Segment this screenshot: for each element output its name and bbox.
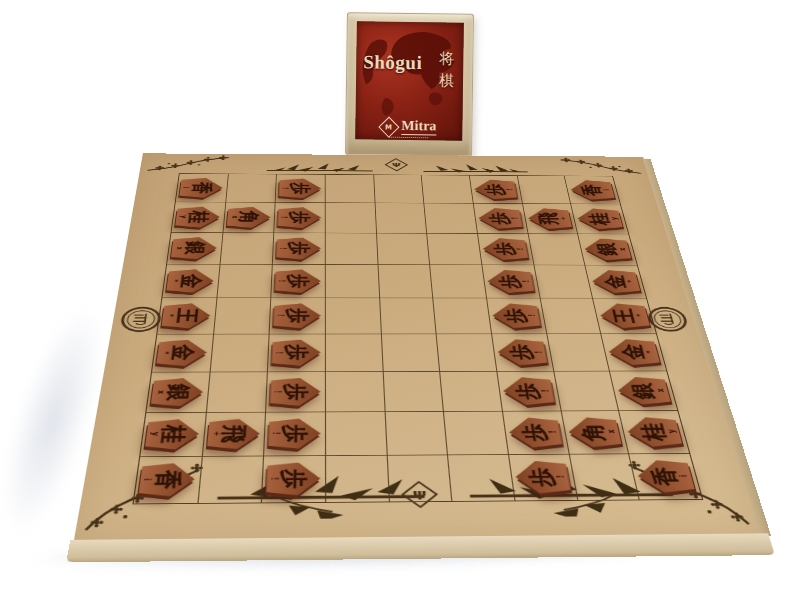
piece-kanji: 歩 <box>288 242 310 255</box>
board-cell[interactable]: 香i <box>630 454 702 500</box>
board-cell[interactable]: 銀x <box>146 372 210 413</box>
piece-move-mark: i <box>680 475 689 477</box>
piece-kanji: 歩 <box>493 242 517 255</box>
piece-move-mark: ! <box>271 432 280 435</box>
piece-move-mark: * <box>165 314 174 317</box>
piece-move-mark: ! <box>523 280 531 282</box>
piece-left-silver[interactable]: 銀x <box>151 378 205 406</box>
board-cell[interactable] <box>427 233 482 265</box>
board-cell[interactable]: 香i <box>176 174 229 203</box>
piece-kanji: 歩 <box>514 383 541 400</box>
board-cell[interactable] <box>383 372 444 412</box>
board-cell[interactable] <box>326 455 390 502</box>
board-cell[interactable]: 歩! <box>482 265 540 298</box>
product-kanji: 将 棋 <box>439 48 455 92</box>
board-cell[interactable]: 歩! <box>474 204 529 234</box>
piece-kanji: 金 <box>169 345 195 361</box>
piece-move-mark: ! <box>274 351 282 354</box>
piece-move-mark: ! <box>535 351 544 353</box>
board-cell[interactable]: 金* <box>586 265 647 298</box>
piece-move-mark: ! <box>269 477 278 480</box>
board-cell[interactable]: 歩! <box>470 176 523 204</box>
piece-move-mark: ! <box>549 431 558 434</box>
piece-left-bishop[interactable]: 角x <box>226 207 271 228</box>
board-cell[interactable]: 銀x <box>578 234 637 266</box>
diamond-emblem-icon: Ψ <box>382 157 411 173</box>
piece-kanji: 歩 <box>509 344 535 360</box>
piece-kanji: 歩 <box>286 308 310 323</box>
board-cell[interactable]: 歩! <box>497 372 561 412</box>
piece-kanji: 桂 <box>639 423 668 441</box>
piece-move-mark: y <box>610 217 618 220</box>
piece-kanji: 香 <box>649 467 679 486</box>
board-cell[interactable] <box>385 412 448 455</box>
piece-left-pawn[interactable]: 歩! <box>276 237 321 259</box>
piece-move-mark: x <box>656 389 665 393</box>
piece-move-mark: i <box>142 478 152 480</box>
board-cell[interactable] <box>326 203 377 233</box>
game-board: Ψ Ψ <box>74 153 762 540</box>
board-cell[interactable] <box>517 176 571 204</box>
board-cell[interactable]: 金* <box>602 334 667 372</box>
board-grid: 香i歩!歩!香i桂y角x歩!歩!飛+桂y銀x歩!歩!銀x金*歩!歩!金*王*歩!… <box>132 173 703 504</box>
piece-move-mark: y <box>179 216 187 219</box>
board-cell[interactable] <box>534 265 593 298</box>
board-cell[interactable] <box>214 298 272 334</box>
board-cell[interactable]: 香i <box>134 456 203 503</box>
piece-right-silver[interactable]: 銀x <box>582 238 632 260</box>
board-cell[interactable] <box>217 265 273 299</box>
piece-right-pawn[interactable]: 歩! <box>496 339 548 365</box>
board-cell[interactable] <box>375 203 427 233</box>
board-cell[interactable]: 歩! <box>503 412 569 455</box>
board-cell[interactable] <box>326 233 378 265</box>
board-cell[interactable] <box>220 233 274 265</box>
piece-kanji: 金 <box>619 344 646 360</box>
board-cell[interactable] <box>425 204 478 234</box>
board-cell[interactable]: 桂y <box>171 202 225 232</box>
piece-kanji: 銀 <box>595 243 620 256</box>
piece-left-pawn[interactable]: 歩! <box>275 269 321 292</box>
piece-move-mark: ! <box>529 315 537 317</box>
board-cell[interactable] <box>326 175 376 204</box>
board-cell[interactable]: 銀x <box>610 371 677 411</box>
board-cell[interactable]: 銀x <box>167 233 223 265</box>
piece-right-pawn[interactable]: 歩! <box>507 418 562 448</box>
piece-move-mark: ! <box>276 314 284 316</box>
board-cell[interactable]: 歩! <box>262 456 326 503</box>
board-cell[interactable]: 歩! <box>264 413 326 457</box>
board-cell[interactable] <box>326 298 382 334</box>
piece-move-mark: x <box>155 390 164 394</box>
piece-move-mark: x <box>230 216 238 219</box>
board-cell[interactable]: 歩! <box>270 298 326 334</box>
piece-left-knight[interactable]: 桂y <box>145 419 201 449</box>
piece-move-mark: ! <box>281 187 288 189</box>
board-cell[interactable]: 飛+ <box>523 204 579 234</box>
piece-kanji: 歩 <box>283 383 308 400</box>
board-cell[interactable]: 歩! <box>478 234 534 266</box>
bamboo-branch-icon <box>265 158 375 173</box>
board-cell[interactable] <box>210 334 270 372</box>
board-cell[interactable] <box>547 334 610 372</box>
piece-left-pawn[interactable]: 歩! <box>273 303 321 328</box>
piece-kanji: 香 <box>580 184 603 196</box>
piece-right-rook[interactable]: 飛+ <box>526 208 572 229</box>
piece-kanji: 銀 <box>183 241 207 254</box>
piece-move-mark: i <box>604 189 611 190</box>
piece-kanji: 飛 <box>538 212 561 224</box>
piece-kanji: 金 <box>179 274 203 288</box>
piece-left-pawn[interactable]: 歩! <box>270 378 321 406</box>
piece-left-lance[interactable]: 香i <box>138 463 196 496</box>
piece-move-mark: y <box>149 432 159 436</box>
piece-left-pawn[interactable]: 歩! <box>272 339 321 365</box>
board-cell[interactable]: 角x <box>561 411 629 454</box>
piece-move-mark: i <box>182 187 189 188</box>
board-cell[interactable] <box>387 455 452 501</box>
piece-left-rook[interactable]: 飛+ <box>207 419 261 449</box>
board-cell[interactable] <box>448 455 515 501</box>
board-cell[interactable] <box>198 456 264 503</box>
product-box: Shôgui 将 棋 M Mitra <box>345 12 474 157</box>
board-cell[interactable]: 歩! <box>266 372 326 413</box>
board-cell[interactable] <box>377 233 431 265</box>
piece-move-mark: x <box>607 430 617 434</box>
piece-right-lance[interactable]: 香i <box>634 460 695 493</box>
board-cell[interactable] <box>326 265 380 299</box>
piece-kanji: 歩 <box>527 467 556 486</box>
board-cell[interactable] <box>430 265 487 299</box>
board-cell[interactable] <box>444 412 509 455</box>
piece-kanji: 歩 <box>284 345 308 361</box>
board-cell[interactable]: 金* <box>162 264 220 298</box>
piece-kanji: 桂 <box>187 211 210 224</box>
piece-kanji: 角 <box>238 211 260 224</box>
piece-left-pawn[interactable]: 歩! <box>278 207 322 228</box>
product-label: Shôgui 将 棋 M Mitra <box>355 21 464 140</box>
brand-name: Mitra <box>401 119 436 135</box>
product-title: Shôgui <box>363 51 422 74</box>
board-cell[interactable]: 金* <box>152 334 214 372</box>
piece-kanji: 銀 <box>629 382 657 399</box>
piece-move-mark: * <box>637 314 646 317</box>
board-cell[interactable] <box>441 372 504 412</box>
piece-right-pawn[interactable]: 歩! <box>473 180 517 200</box>
piece-left-lance[interactable]: 香i <box>179 178 224 198</box>
piece-right-pawn[interactable]: 歩! <box>481 238 528 260</box>
piece-move-mark: ! <box>512 217 520 219</box>
piece-move-mark: ! <box>542 390 551 393</box>
piece-right-pawn[interactable]: 歩! <box>501 377 555 405</box>
piece-right-knight[interactable]: 桂y <box>624 417 683 447</box>
piece-right-gold[interactable]: 金* <box>606 339 661 365</box>
piece-left-pawn[interactable]: 歩! <box>266 462 320 495</box>
board-cell[interactable]: 歩! <box>273 233 326 265</box>
piece-move-mark: ! <box>278 247 286 249</box>
piece-kanji: 歩 <box>503 308 528 323</box>
board-cell[interactable]: 桂y <box>620 411 690 454</box>
piece-move-mark: * <box>628 280 636 283</box>
piece-right-gold[interactable]: 金* <box>590 270 641 293</box>
piece-move-mark: ! <box>517 248 525 250</box>
piece-kanji: 王 <box>611 308 637 323</box>
piece-kanji: 歩 <box>280 469 307 488</box>
board-cell[interactable] <box>554 371 620 411</box>
plum-blossom-branch-icon <box>557 157 644 175</box>
piece-kanji: 飛 <box>220 425 247 443</box>
piece-kanji: 角 <box>580 423 609 441</box>
board-cell[interactable]: 歩! <box>492 334 554 372</box>
piece-left-silver[interactable]: 銀x <box>171 237 218 259</box>
brand-diamond-icon: M <box>378 116 399 137</box>
piece-right-king[interactable]: 王* <box>597 304 650 328</box>
board-cell[interactable] <box>422 175 474 204</box>
piece-move-mark: * <box>160 351 169 354</box>
piece-right-knight[interactable]: 桂y <box>575 208 623 229</box>
board-cell[interactable]: 桂y <box>571 204 628 234</box>
piece-left-gold[interactable]: 金* <box>166 269 215 292</box>
piece-kanji: 桂 <box>159 425 187 443</box>
piece-kanji: 金 <box>602 275 627 289</box>
piece-kanji: 香 <box>153 470 182 490</box>
board-cell[interactable]: 飛+ <box>203 413 267 457</box>
piece-kanji: 香 <box>190 182 212 194</box>
board-cell[interactable]: 歩! <box>509 454 578 500</box>
board-cell[interactable] <box>569 454 640 500</box>
board-cell[interactable]: 角x <box>223 203 276 233</box>
board-cell[interactable] <box>374 175 425 204</box>
board-cell[interactable]: 桂y <box>140 413 206 457</box>
piece-kanji: 桂 <box>587 213 611 225</box>
piece-kanji: 歩 <box>289 211 311 224</box>
piece-right-pawn[interactable]: 歩! <box>477 208 523 229</box>
piece-kanji: 歩 <box>484 183 506 195</box>
board-cell[interactable] <box>326 372 385 413</box>
board-cell[interactable] <box>437 334 497 372</box>
board-cell[interactable] <box>226 174 277 203</box>
bamboo-branch-icon <box>420 159 530 174</box>
piece-kanji: 歩 <box>488 212 511 224</box>
piece-right-silver[interactable]: 銀x <box>615 377 672 405</box>
piece-kanji: 銀 <box>164 384 191 401</box>
piece-right-lance[interactable]: 香i <box>568 180 615 200</box>
board-cell[interactable]: 王* <box>593 299 656 334</box>
piece-right-bishop[interactable]: 角x <box>566 417 623 447</box>
piece-move-mark: + <box>560 217 568 221</box>
piece-move-mark: * <box>170 280 178 283</box>
piece-move-mark: + <box>211 431 220 436</box>
board-cell[interactable]: 王* <box>157 298 217 334</box>
board-cell[interactable] <box>326 412 387 455</box>
piece-move-mark: y <box>667 430 677 434</box>
board-cell[interactable]: 香i <box>565 176 620 204</box>
board-cell[interactable]: 歩! <box>276 174 326 203</box>
board-cell[interactable] <box>528 234 585 266</box>
piece-move-mark: x <box>175 246 183 249</box>
piece-kanji: 歩 <box>287 274 310 288</box>
piece-move-mark: ! <box>273 390 282 393</box>
piece-left-pawn[interactable]: 歩! <box>268 419 320 449</box>
piece-move-mark: ! <box>557 475 567 478</box>
board-cell[interactable]: 歩! <box>272 265 326 299</box>
piece-kanji: 歩 <box>290 182 311 194</box>
board-cell[interactable] <box>380 298 437 334</box>
piece-move-mark: ! <box>277 280 285 282</box>
board-cell[interactable] <box>540 299 601 334</box>
piece-move-mark: ! <box>507 188 514 190</box>
piece-kanji: 歩 <box>498 274 522 288</box>
piece-move-mark: * <box>646 351 655 354</box>
piece-left-pawn[interactable]: 歩! <box>279 178 321 198</box>
piece-move-mark: ! <box>280 216 287 218</box>
piece-kanji: 王 <box>174 308 199 323</box>
board-cell[interactable] <box>382 334 441 372</box>
brand-logo: M Mitra <box>355 119 462 136</box>
board-cell[interactable]: 歩! <box>487 299 547 334</box>
piece-left-knight[interactable]: 桂y <box>175 207 221 228</box>
piece-kanji: 歩 <box>282 425 308 443</box>
board-cell[interactable] <box>378 265 433 299</box>
board-cell[interactable] <box>207 372 269 413</box>
piece-left-gold[interactable]: 金* <box>156 340 208 367</box>
board-cell[interactable]: 歩! <box>275 203 326 233</box>
board-cell[interactable] <box>434 298 493 334</box>
board-cell[interactable] <box>326 334 383 372</box>
piece-move-mark: x <box>619 248 627 251</box>
plum-blossom-branch-icon <box>145 154 232 172</box>
piece-right-pawn[interactable]: 歩! <box>513 461 571 494</box>
board-cell[interactable]: 歩! <box>268 334 326 372</box>
svg-text:Ψ: Ψ <box>392 162 401 169</box>
piece-left-king[interactable]: 王* <box>161 303 211 328</box>
piece-kanji: 歩 <box>521 423 549 441</box>
piece-right-pawn[interactable]: 歩! <box>486 270 535 293</box>
piece-right-pawn[interactable]: 歩! <box>491 304 541 329</box>
